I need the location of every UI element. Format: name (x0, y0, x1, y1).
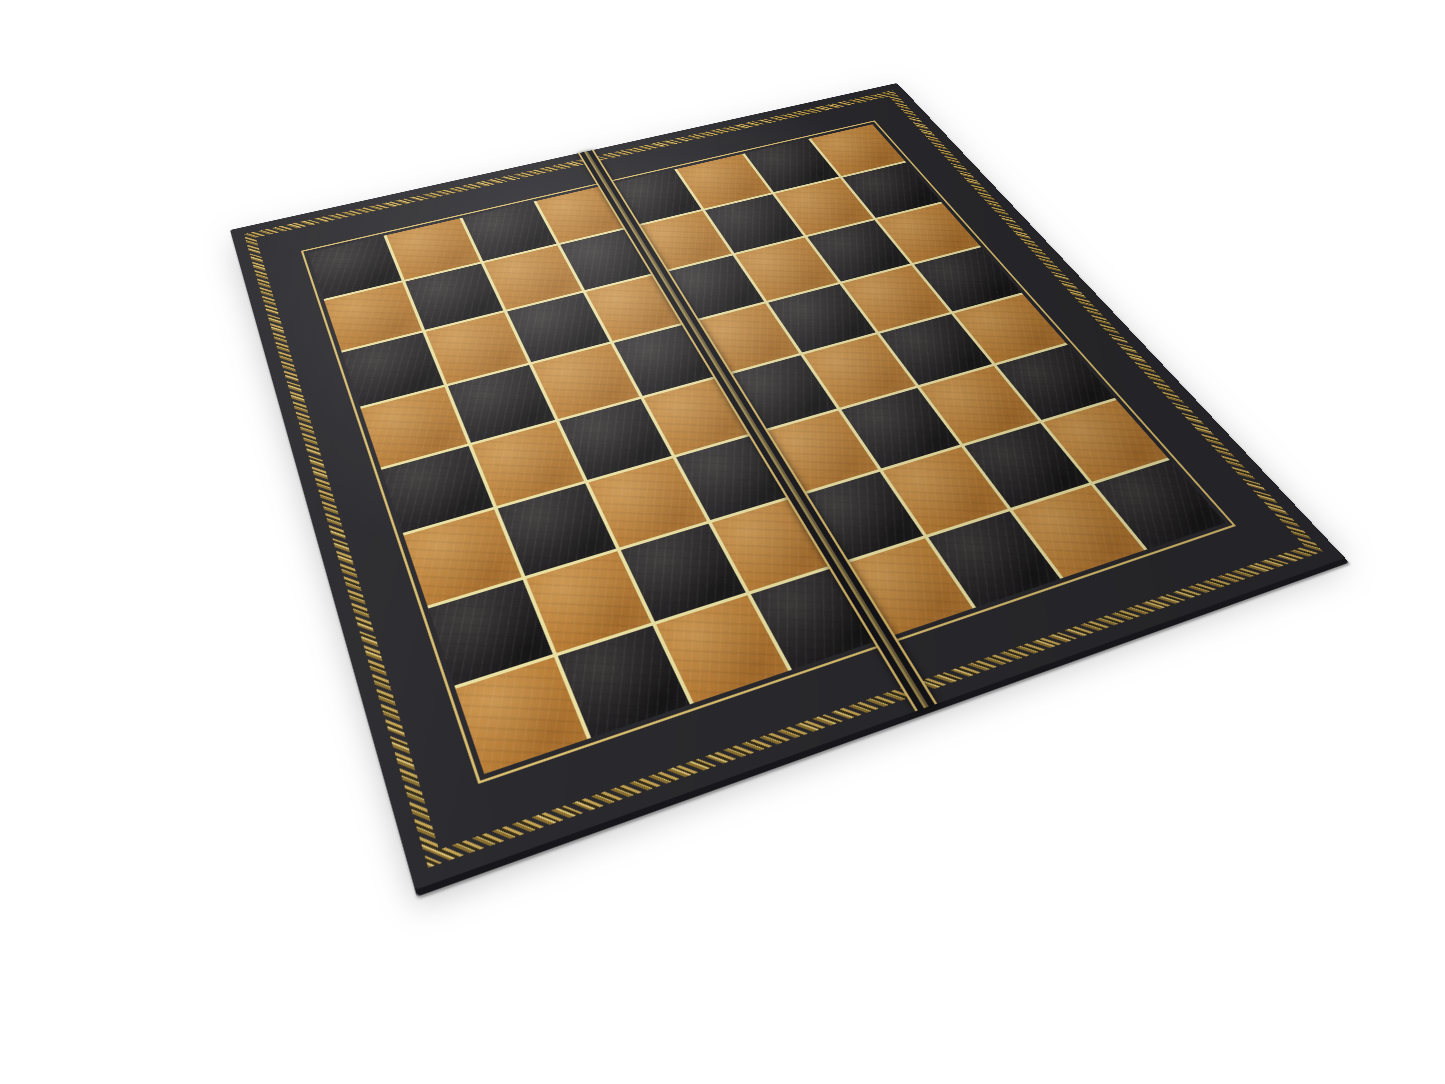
photo-scene (0, 0, 1445, 1084)
